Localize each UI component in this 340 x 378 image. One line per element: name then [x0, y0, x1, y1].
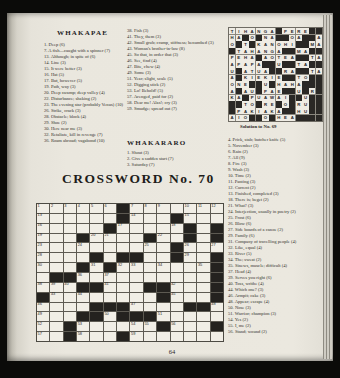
grid-cell: [50, 322, 62, 331]
solution-letter-cell: G: [269, 48, 275, 54]
solution-letter-cell: E: [269, 101, 275, 107]
clue-item: 3. Saturday (7): [127, 162, 222, 167]
clue-number: 7: [131, 204, 133, 209]
solution-black-cell: [309, 75, 315, 81]
black-cell: [64, 332, 76, 341]
grid-cell: 22: [157, 234, 169, 243]
solution-black-cell: [256, 55, 262, 61]
clue-item: 34. The; sweat (2): [228, 257, 327, 262]
grid-cell: 30: [37, 263, 49, 272]
black-cell: [130, 312, 142, 321]
solution-black-cell: [229, 48, 235, 54]
clue-item: 43. Woman's brother-in-law (8): [127, 46, 222, 51]
solution-letter-cell: U: [302, 95, 308, 101]
solution-letter-cell: A: [282, 81, 288, 87]
black-cell: [117, 312, 129, 321]
grid-cell: [77, 253, 89, 262]
solution-black-cell: [289, 75, 295, 81]
grid-cell: [144, 293, 156, 302]
clue-item: 32. Retaliate, kill in revenge (7): [44, 132, 143, 137]
solution-black-cell: [256, 88, 262, 94]
grid-cell: 41: [104, 283, 116, 292]
solution-letter-cell: A: [262, 41, 268, 47]
grid-cell: [130, 243, 142, 252]
solution-black-cell: [256, 101, 262, 107]
solution-letter-cell: I: [249, 75, 255, 81]
solution-letter-cell: K: [262, 75, 268, 81]
page-edge: [329, 15, 332, 359]
clue-number: 38: [38, 282, 42, 287]
clue-item: 55. I, me (2): [228, 323, 327, 328]
grid-cell: [77, 303, 89, 312]
clue-number: 42: [171, 282, 175, 287]
grid-cell: [171, 332, 183, 341]
black-cell: [77, 263, 89, 272]
solution-letter-cell: P: [262, 88, 268, 94]
solution-letter-cell: H: [289, 81, 295, 87]
solution-letter-cell: T: [242, 41, 248, 47]
solution-letter-cell: O: [276, 41, 282, 47]
clue-item: 5. November (3): [228, 143, 327, 148]
clue-item: 10. Time (2): [228, 173, 327, 178]
solution-letter-cell: A: [242, 108, 248, 114]
black-cell: [184, 303, 196, 312]
crossword-grid: 1234567891011121314151617181920212223242…: [36, 203, 224, 342]
solution-black-cell: [282, 61, 288, 67]
clue-item: 29. Shoe (2): [44, 120, 143, 125]
grid-cell: [144, 332, 156, 341]
solution-black-cell: [309, 108, 315, 114]
solution-letter-cell: H: [276, 81, 282, 87]
solution-letter-cell: N: [262, 48, 268, 54]
solution-letter-cell: M: [296, 48, 302, 54]
solution-black-cell: [309, 28, 315, 34]
solution-letter-cell: A: [262, 95, 268, 101]
solution-letter-cell: H: [296, 108, 302, 114]
solution-letter-cell: O: [249, 35, 255, 41]
page-number: 64: [157, 348, 187, 355]
solution-letter-cell: A: [262, 55, 268, 61]
solution-letter-cell: N: [262, 35, 268, 41]
solution-letter-cell: T: [229, 28, 235, 34]
solution-black-cell: [316, 88, 322, 94]
clue-item: 41. They, them (3): [127, 34, 222, 39]
grid-cell: 51: [157, 312, 169, 321]
clue-number: 8: [144, 204, 146, 209]
clue-item: 6. Rain (2): [228, 149, 327, 154]
black-cell: [90, 312, 102, 321]
grid-cell: [64, 312, 76, 321]
grid-cell: 31: [90, 263, 102, 272]
clue-number: 57: [38, 332, 42, 337]
solution-letter-cell: A: [236, 35, 242, 41]
solution-black-cell: [302, 55, 308, 61]
solution-black-cell: [256, 81, 262, 87]
solution-letter-cell: A: [242, 61, 248, 67]
solution-letter-cell: U: [249, 88, 255, 94]
clue-number: 19: [38, 233, 42, 238]
solution-black-cell: [282, 108, 288, 114]
solution-letter-cell: U: [302, 108, 308, 114]
solution-black-cell: [276, 28, 282, 34]
solution-black-cell: [262, 61, 268, 67]
grid-cell: 52: [37, 322, 49, 331]
clue-number: 28: [38, 253, 42, 258]
solution-black-cell: [316, 95, 322, 101]
clue-number: 50: [104, 312, 108, 317]
clue-item: 8. Fire (3): [228, 161, 327, 166]
solution-black-cell: [269, 115, 275, 121]
solution-letter-cell: H: [229, 35, 235, 41]
grid-cell: [130, 234, 142, 243]
solution-letter-cell: U: [276, 61, 282, 67]
clue-item: 53. Lo! Behold! (5): [127, 88, 222, 93]
grid-cell: [197, 224, 209, 233]
black-cell: [211, 283, 223, 292]
black-cell: [211, 322, 223, 331]
solution-black-cell: [236, 68, 242, 74]
grid-cell: [130, 224, 142, 233]
grid-cell: 34: [157, 263, 169, 272]
grid-cell: [144, 273, 156, 282]
clue-number: 53: [78, 322, 82, 327]
grid-cell: [144, 263, 156, 272]
clue-number: 58: [78, 332, 82, 337]
solution-letter-cell: R: [309, 88, 315, 94]
solution-letter-cell: A: [316, 55, 322, 61]
solution-letter-cell: R: [296, 28, 302, 34]
solution-letter-cell: P: [229, 55, 235, 61]
solution-black-cell: [296, 55, 302, 61]
solution-black-cell: [269, 61, 275, 67]
solution-letter-cell: A: [236, 95, 242, 101]
clue-number: 36: [78, 273, 82, 278]
solution-letter-cell: U: [256, 68, 262, 74]
solution-black-cell: [316, 61, 322, 67]
clue-number: 23: [38, 243, 42, 248]
clue-number: 16: [38, 223, 42, 228]
black-cell: [211, 253, 223, 262]
clue-item: 12. Current (2): [228, 185, 327, 190]
solution-black-cell: [276, 68, 282, 74]
solution-letter-cell: K: [242, 75, 248, 81]
clue-item: 27. Side boards of a canoe (2): [228, 227, 327, 232]
solution-black-cell: [296, 41, 302, 47]
clue-number: 46: [38, 302, 42, 307]
black-cell: [157, 283, 169, 292]
solution-letter-cell: A: [276, 95, 282, 101]
solution-letter-cell: A: [276, 48, 282, 54]
solution-letter-cell: A: [276, 108, 282, 114]
grid-cell: [50, 263, 62, 272]
solution-letter-cell: E: [276, 88, 282, 94]
solution-letter-cell: I: [236, 115, 242, 121]
clue-number: 13: [38, 213, 42, 218]
solution-letter-cell: U: [256, 95, 262, 101]
clue-item: 57. Avenged, paid for (2): [127, 94, 222, 99]
solution-caption: Solution to No. 69: [240, 124, 277, 129]
grid-cell: [197, 253, 209, 262]
grid-cell: [64, 214, 76, 223]
solution-letter-cell: A: [229, 88, 235, 94]
solution-letter-cell: A: [229, 61, 235, 67]
clue-number: 33: [131, 263, 135, 268]
grid-cell: [117, 322, 129, 331]
grid-cell: [144, 214, 156, 223]
grid-cell: [104, 214, 116, 223]
grid-cell: [171, 312, 183, 321]
grid-cell: [50, 234, 62, 243]
black-cell: [117, 332, 129, 341]
grid-cell: [117, 283, 129, 292]
solution-black-cell: [302, 35, 308, 41]
clue-number: 48: [211, 302, 215, 307]
solution-black-cell: [296, 68, 302, 74]
clue-number: 25: [144, 243, 148, 248]
grid-cell: 57: [37, 332, 49, 341]
clue-item: 30. Here near me (3): [44, 126, 143, 131]
grid-cell: [77, 224, 89, 233]
solution-letter-cell: I: [289, 41, 295, 47]
grid-cell: [117, 293, 129, 302]
solution-letter-cell: P: [249, 61, 255, 67]
solution-black-cell: [236, 41, 242, 47]
solution-letter-cell: O: [229, 81, 235, 87]
grid-cell: [117, 273, 129, 282]
solution-letter-cell: A: [262, 108, 268, 114]
clue-number: 35: [198, 263, 202, 268]
clue-number: 20: [91, 233, 95, 238]
grid-cell: [197, 273, 209, 282]
grid-cell: [50, 303, 62, 312]
grid-cell: [197, 283, 209, 292]
black-cell: [117, 253, 129, 262]
grid-cell: [197, 332, 209, 341]
solution-letter-cell: E: [276, 75, 282, 81]
solution-black-cell: [316, 101, 322, 107]
solution-letter-cell: H: [242, 28, 248, 34]
grid-cell: 8: [144, 204, 156, 213]
clue-item: 40. Toss, writhe (4): [228, 281, 327, 286]
grid-cell: [171, 263, 183, 272]
solution-letter-cell: T: [296, 75, 302, 81]
solution-black-cell: [289, 95, 295, 101]
clue-number: 4: [78, 204, 80, 209]
solution-black-cell: [249, 81, 255, 87]
clue-number: 15: [185, 213, 189, 218]
grid-cell: [104, 293, 116, 302]
solution-black-cell: [282, 48, 288, 54]
solution-black-cell: [309, 115, 315, 121]
grid-cell: [130, 273, 142, 282]
clue-number: 14: [131, 213, 135, 218]
book-page: WHAKAPAE 1. Deep (6)7. A fish—caught wit…: [7, 13, 333, 361]
solution-letter-cell: A: [269, 28, 275, 34]
grid-cell: [184, 283, 196, 292]
solution-letter-cell: R: [282, 68, 288, 74]
solution-letter-cell: I: [236, 28, 242, 34]
clue-item: 28. Obstacle; block (4): [44, 114, 143, 119]
solution-black-cell: [316, 48, 322, 54]
clue-item: 58. Dear me! Alas!; cry (3): [127, 100, 222, 105]
clue-item: 13. Finished, completed (3): [228, 191, 327, 196]
solution-letter-cell: R: [262, 101, 268, 107]
grid-cell: 24: [77, 243, 89, 252]
solution-letter-cell: A: [262, 68, 268, 74]
solution-black-cell: [229, 101, 235, 107]
solution-letter-cell: U: [302, 101, 308, 107]
solution-letter-cell: A: [316, 41, 322, 47]
solution-black-cell: [316, 81, 322, 87]
grid-cell: 12: [211, 204, 223, 213]
clue-number: 26: [185, 243, 189, 248]
clue-item: 56. Stand; wound (2): [228, 329, 327, 334]
solution-black-cell: [282, 35, 288, 41]
black-cell: [211, 273, 223, 282]
solution-letter-cell: O: [262, 115, 268, 121]
grid-cell: 29: [184, 253, 196, 262]
solution-black-cell: [236, 88, 242, 94]
solution-letter-cell: U: [262, 81, 268, 87]
clue-number: 21: [104, 233, 108, 238]
grid-cell: [144, 303, 156, 312]
clue-number: 47: [131, 302, 135, 307]
solution-black-cell: [242, 35, 248, 41]
grid-cell: [157, 253, 169, 262]
clue-number: 37: [104, 273, 108, 278]
solution-black-cell: [249, 41, 255, 47]
clue-number: 56: [171, 322, 175, 327]
grid-cell: [144, 224, 156, 233]
black-cell: [197, 303, 209, 312]
solution-black-cell: [309, 48, 315, 54]
solution-letter-cell: K: [269, 108, 275, 114]
clue-number: 51: [158, 312, 162, 317]
clue-item: 51. Year; slight, scale (5): [127, 76, 222, 81]
clue-item: 25. Frost (6): [228, 215, 327, 220]
clue-number: 49: [38, 312, 42, 317]
grid-cell: 28: [37, 253, 49, 262]
black-cell: [77, 312, 89, 321]
solution-letter-cell: E: [256, 75, 262, 81]
grid-cell: 58: [77, 332, 89, 341]
solution-black-cell: [236, 101, 242, 107]
grid-cell: 44: [77, 293, 89, 302]
solution-black-cell: [256, 115, 262, 121]
grid-cell: [211, 332, 223, 341]
solution-black-cell: [302, 41, 308, 47]
solution-letter-cell: A: [249, 28, 255, 34]
clue-item: 35. Sinews, muscle; difficult (4): [228, 263, 327, 268]
clue-number: 45: [171, 292, 175, 297]
clue-item: 26. Blow (6): [228, 221, 327, 226]
solution-letter-cell: A: [302, 61, 308, 67]
clue-item: 42. Small grub; cramp, stiffness; benumb…: [127, 40, 222, 45]
solution-letter-cell: W: [269, 95, 275, 101]
clue-number: 52: [38, 322, 42, 327]
black-cell: [144, 283, 156, 292]
clue-item: 51. Warrior; champion (3): [228, 311, 327, 316]
grid-cell: 15: [184, 214, 196, 223]
grid-cell: [90, 332, 102, 341]
clue-item: 46. See, find (4): [127, 58, 222, 63]
solution-letter-cell: O: [242, 115, 248, 121]
clue-number: 11: [198, 204, 202, 209]
grid-cell: 33: [130, 263, 142, 272]
solution-black-cell: [309, 35, 315, 41]
solution-letter-cell: A: [269, 35, 275, 41]
clue-number: 10: [185, 204, 189, 209]
grid-cell: [211, 312, 223, 321]
solution-letter-cell: A: [296, 81, 302, 87]
clue-number: 6: [104, 204, 106, 209]
black-cell: [184, 224, 196, 233]
black-cell: [144, 312, 156, 321]
grid-cell: 17: [117, 224, 129, 233]
grid-cell: [50, 332, 62, 341]
clue-number: 40: [64, 282, 68, 287]
solution-letter-cell: O: [302, 75, 308, 81]
clue-number: 22: [158, 233, 162, 238]
clue-number: 43: [51, 292, 55, 297]
clue-number: 34: [158, 263, 162, 268]
solution-letter-cell: H: [282, 41, 288, 47]
solution-letter-cell: H: [249, 48, 255, 54]
clue-item: 9. Wash (3): [228, 167, 327, 172]
grid-cell: [197, 234, 209, 243]
clue-item: 11. Panting (3): [228, 179, 327, 184]
grid-cell: [117, 234, 129, 243]
clue-number: 39: [51, 282, 55, 287]
solution-letter-cell: T: [296, 61, 302, 67]
clue-number: 59: [131, 332, 135, 337]
solution-black-cell: [289, 108, 295, 114]
black-cell: [117, 204, 129, 213]
clue-number: 12: [211, 204, 215, 209]
grid-cell: 56: [171, 322, 183, 331]
grid-cell: [184, 322, 196, 331]
solution-letter-cell: K: [229, 95, 235, 101]
solution-black-cell: [316, 75, 322, 81]
solution-black-cell: [282, 88, 288, 94]
black-cell: [171, 243, 183, 252]
grid-cell: 26: [184, 243, 196, 252]
black-cell: [211, 224, 223, 233]
solution-letter-cell: T: [276, 55, 282, 61]
grid-cell: [90, 322, 102, 331]
solution-letter-cell: K: [256, 41, 262, 47]
solution-black-cell: [296, 95, 302, 101]
solution-black-cell: [302, 81, 308, 87]
puzzle-title: CROSSWORD No. 70: [62, 171, 215, 187]
solution-letter-cell: A: [242, 88, 248, 94]
solution-black-cell: [269, 81, 275, 87]
clue-item: 45. So that, in order that (3): [127, 52, 222, 57]
grid-cell: 11: [197, 204, 209, 213]
solution-black-cell: [302, 68, 308, 74]
solution-black-cell: [302, 115, 308, 121]
grid-cell: [157, 273, 169, 282]
clue-item: 1. Shout (3): [127, 150, 222, 155]
clue-number: 29: [185, 253, 189, 258]
black-cell: [130, 253, 142, 262]
solution-black-cell: [276, 101, 282, 107]
clue-number: 41: [104, 282, 108, 287]
grid-cell: 27: [211, 243, 223, 252]
grid-cell: [184, 312, 196, 321]
grid-cell: [184, 293, 196, 302]
solution-black-cell: [282, 75, 288, 81]
